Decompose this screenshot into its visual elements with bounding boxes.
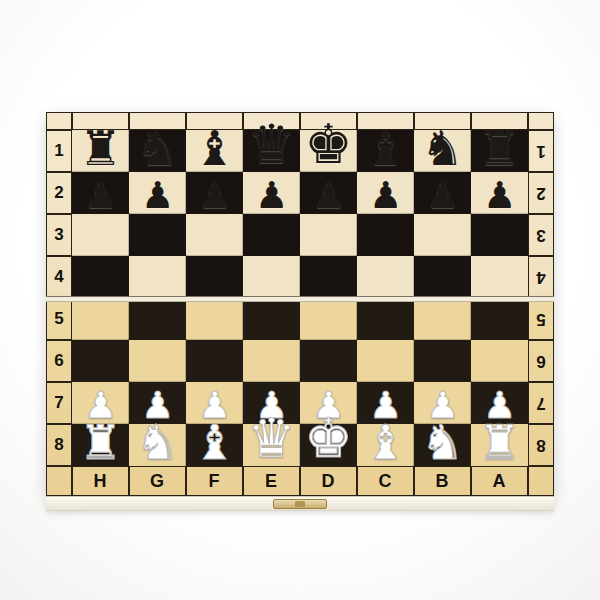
white-bishop-c8[interactable]: ♝ — [364, 418, 407, 466]
square-c4[interactable] — [357, 256, 414, 298]
square-c2[interactable]: ♟ — [357, 172, 414, 214]
square-g3[interactable] — [129, 214, 186, 256]
rank-label-right-4: 4 — [528, 256, 554, 298]
square-d1[interactable]: ♚ — [300, 130, 357, 172]
board-corner — [46, 112, 72, 130]
file-label-a: A — [471, 466, 528, 496]
square-a1[interactable]: ♜ — [471, 130, 528, 172]
square-e4[interactable] — [243, 256, 300, 298]
rank-label-left-8: 8 — [46, 424, 72, 466]
black-pawn-c2[interactable]: ♟ — [369, 177, 402, 214]
square-d6[interactable] — [300, 340, 357, 382]
square-b4[interactable] — [414, 256, 471, 298]
square-b2[interactable]: ♟ — [414, 172, 471, 214]
board-fold-seam — [46, 296, 554, 302]
rank-label-right-2: 2 — [528, 172, 554, 214]
black-knight-g1[interactable]: ♞ — [136, 124, 179, 172]
square-c3[interactable] — [357, 214, 414, 256]
square-h1[interactable]: ♜ — [72, 130, 129, 172]
white-rook-a8[interactable]: ♜ — [478, 418, 521, 466]
square-a2[interactable]: ♟ — [471, 172, 528, 214]
square-c5[interactable] — [357, 298, 414, 340]
photo-scene: 1♜♞♝♛♚♝♞♜12♟♟♟♟♟♟♟♟2334455667♟♟♟♟♟♟♟♟78♜… — [0, 0, 600, 600]
file-label-h: H — [72, 466, 129, 496]
square-h5[interactable] — [72, 298, 129, 340]
square-e2[interactable]: ♟ — [243, 172, 300, 214]
square-c1[interactable]: ♝ — [357, 130, 414, 172]
rank-label-left-5: 5 — [46, 298, 72, 340]
square-h2[interactable]: ♟ — [72, 172, 129, 214]
black-bishop-c1[interactable]: ♝ — [364, 124, 407, 172]
file-label-g: G — [129, 466, 186, 496]
black-queen-e1[interactable]: ♛ — [247, 118, 295, 172]
square-a5[interactable] — [471, 298, 528, 340]
square-g1[interactable]: ♞ — [129, 130, 186, 172]
square-d5[interactable] — [300, 298, 357, 340]
rank-label-right-3: 3 — [528, 214, 554, 256]
rank-label-left-4: 4 — [46, 256, 72, 298]
file-label-f: F — [186, 466, 243, 496]
rank-label-left-6: 6 — [46, 340, 72, 382]
square-b6[interactable] — [414, 340, 471, 382]
rank-label-left-1: 1 — [46, 130, 72, 172]
square-f8[interactable]: ♝ — [186, 424, 243, 466]
rank-label-left-7: 7 — [46, 382, 72, 424]
square-e3[interactable] — [243, 214, 300, 256]
latch-icon — [273, 499, 327, 509]
square-c6[interactable] — [357, 340, 414, 382]
square-f6[interactable] — [186, 340, 243, 382]
square-a4[interactable] — [471, 256, 528, 298]
square-d4[interactable] — [300, 256, 357, 298]
square-h4[interactable] — [72, 256, 129, 298]
square-g4[interactable] — [129, 256, 186, 298]
black-pawn-a2[interactable]: ♟ — [483, 177, 516, 214]
chess-board: 1♜♞♝♛♚♝♞♜12♟♟♟♟♟♟♟♟2334455667♟♟♟♟♟♟♟♟78♜… — [46, 112, 554, 496]
black-bishop-f1[interactable]: ♝ — [193, 124, 236, 172]
square-g5[interactable] — [129, 298, 186, 340]
square-f1[interactable]: ♝ — [186, 130, 243, 172]
rank-label-left-3: 3 — [46, 214, 72, 256]
board-corner — [528, 466, 554, 496]
square-e5[interactable] — [243, 298, 300, 340]
square-f3[interactable] — [186, 214, 243, 256]
rank-label-left-2: 2 — [46, 172, 72, 214]
black-pawn-g2[interactable]: ♟ — [141, 177, 174, 214]
square-f2[interactable]: ♟ — [186, 172, 243, 214]
file-label-d: D — [300, 466, 357, 496]
square-e6[interactable] — [243, 340, 300, 382]
square-a6[interactable] — [471, 340, 528, 382]
black-knight-b1[interactable]: ♞ — [421, 124, 464, 172]
square-b3[interactable] — [414, 214, 471, 256]
square-d3[interactable] — [300, 214, 357, 256]
black-pawn-h2[interactable]: ♟ — [84, 177, 117, 214]
rank-label-right-6: 6 — [528, 340, 554, 382]
square-e8[interactable]: ♛ — [243, 424, 300, 466]
square-b8[interactable]: ♞ — [414, 424, 471, 466]
square-a8[interactable]: ♜ — [471, 424, 528, 466]
square-h8[interactable]: ♜ — [72, 424, 129, 466]
white-king-d8[interactable]: ♚ — [304, 412, 352, 466]
board-front-edge — [46, 496, 554, 511]
rank-label-right-1: 1 — [528, 130, 554, 172]
square-d2[interactable]: ♟ — [300, 172, 357, 214]
rank-label-right-7: 7 — [528, 382, 554, 424]
square-f4[interactable] — [186, 256, 243, 298]
board-corner — [46, 466, 72, 496]
black-pawn-b2[interactable]: ♟ — [426, 177, 459, 214]
white-queen-e8[interactable]: ♛ — [247, 412, 295, 466]
black-pawn-e2[interactable]: ♟ — [255, 177, 288, 214]
file-label-e: E — [243, 466, 300, 496]
square-d8[interactable]: ♚ — [300, 424, 357, 466]
black-pawn-f2[interactable]: ♟ — [198, 177, 231, 214]
black-rook-a1[interactable]: ♜ — [478, 124, 521, 172]
black-pawn-d2[interactable]: ♟ — [312, 177, 345, 214]
white-knight-g8[interactable]: ♞ — [136, 418, 179, 466]
square-g2[interactable]: ♟ — [129, 172, 186, 214]
square-b5[interactable] — [414, 298, 471, 340]
square-e1[interactable]: ♛ — [243, 130, 300, 172]
square-h6[interactable] — [72, 340, 129, 382]
square-g8[interactable]: ♞ — [129, 424, 186, 466]
black-rook-h1[interactable]: ♜ — [79, 124, 122, 172]
file-label-c: C — [357, 466, 414, 496]
square-b1[interactable]: ♞ — [414, 130, 471, 172]
black-king-d1[interactable]: ♚ — [304, 118, 352, 172]
square-f5[interactable] — [186, 298, 243, 340]
file-label-b: B — [414, 466, 471, 496]
rank-label-right-8: 8 — [528, 424, 554, 466]
white-knight-b8[interactable]: ♞ — [421, 418, 464, 466]
board-corner — [528, 112, 554, 130]
square-g6[interactable] — [129, 340, 186, 382]
rank-label-right-5: 5 — [528, 298, 554, 340]
square-a3[interactable] — [471, 214, 528, 256]
square-c8[interactable]: ♝ — [357, 424, 414, 466]
white-bishop-f8[interactable]: ♝ — [193, 418, 236, 466]
square-h3[interactable] — [72, 214, 129, 256]
white-rook-h8[interactable]: ♜ — [79, 418, 122, 466]
